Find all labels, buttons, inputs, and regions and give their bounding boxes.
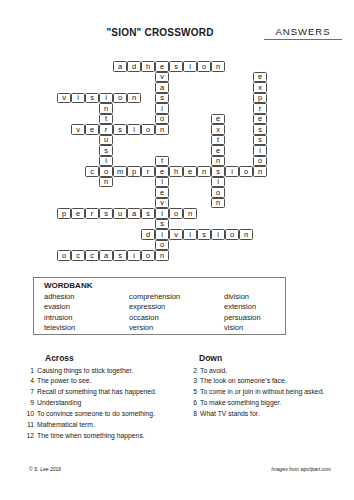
grid-cell-r10c8: h bbox=[169, 166, 183, 177]
footer-copyright: © S. Lee 2016 bbox=[29, 466, 61, 472]
grid-cell-r10c3: o bbox=[99, 166, 113, 177]
grid-cell-r10c4: m bbox=[113, 166, 127, 177]
grid-cell-r0c4: a bbox=[113, 61, 127, 72]
footer-credit: Images from wpclipart.com bbox=[271, 466, 331, 472]
grid-cell-r10c5: p bbox=[127, 166, 141, 177]
clue-number: 2 bbox=[187, 366, 197, 377]
grid-cell-r5c14: e bbox=[253, 114, 267, 125]
grid-cell-r3c7: s bbox=[155, 93, 169, 104]
grid-cell-r16c13: n bbox=[239, 229, 253, 240]
grid-cell-r18c3: a bbox=[99, 250, 113, 261]
clue-number: 4 bbox=[24, 376, 34, 387]
clue-number: 1 bbox=[24, 366, 34, 377]
grid-cell-r6c6: o bbox=[141, 124, 155, 135]
clue-across-7: 7Recall of something that has happened. bbox=[24, 387, 157, 398]
grid-cell-r14c8: o bbox=[169, 208, 183, 219]
clue-text: Causing things to stick together. bbox=[37, 366, 133, 377]
wordbank-word: comprehension bbox=[129, 292, 224, 302]
grid-cell-r8c14: i bbox=[253, 145, 267, 156]
grid-cell-r1c14: e bbox=[253, 72, 267, 83]
clue-across-10: 10To convince someone to do something. bbox=[24, 409, 157, 420]
clue-number: 5 bbox=[187, 387, 197, 398]
grid-cell-r16c9: i bbox=[183, 229, 197, 240]
clue-text: To convince someone to do something. bbox=[37, 409, 155, 420]
clue-number: 12 bbox=[24, 431, 34, 442]
grid-cell-r3c5: n bbox=[127, 93, 141, 104]
clue-across-1: 1Causing things to stick together. bbox=[24, 366, 157, 377]
grid-cell-r11c7: l bbox=[155, 177, 169, 188]
grid-cell-r2c7: a bbox=[155, 82, 169, 93]
grid-cell-r14c3: s bbox=[99, 208, 113, 219]
clue-across-11: 11Mathematical term. bbox=[24, 420, 157, 431]
grid-cell-r16c11: i bbox=[211, 229, 225, 240]
grid-cell-r0c8: s bbox=[169, 61, 183, 72]
grid-cell-r0c5: d bbox=[127, 61, 141, 72]
clue-down-2: 2To avoid. bbox=[187, 366, 324, 377]
grid-cell-r16c7: i bbox=[155, 229, 169, 240]
clue-text: To make something bigger. bbox=[200, 398, 281, 409]
grid-cell-r17c7: o bbox=[155, 240, 169, 251]
grid-cell-r16c6: d bbox=[141, 229, 155, 240]
clue-number: 10 bbox=[24, 409, 34, 420]
clue-text: Mathematical term. bbox=[37, 420, 95, 431]
down-header: Down bbox=[199, 353, 324, 363]
grid-cell-r6c14: s bbox=[253, 124, 267, 135]
clue-text: To come in or join in without being aske… bbox=[200, 387, 324, 398]
grid-cell-r4c7: i bbox=[155, 103, 169, 114]
wordbank-column-2: comprehensionexpressionoccasionversion bbox=[129, 292, 224, 333]
grid-cell-r5c11: e bbox=[211, 114, 225, 125]
grid-cell-r1c7: v bbox=[155, 72, 169, 83]
grid-cell-r8c3: s bbox=[99, 145, 113, 156]
clue-text: Understanding bbox=[37, 398, 81, 409]
grid-cell-r3c0: v bbox=[57, 93, 71, 104]
grid-cell-r7c11: t bbox=[211, 135, 225, 146]
grid-cell-r5c3: t bbox=[99, 114, 113, 125]
grid-cell-r10c12: i bbox=[225, 166, 239, 177]
clue-text: Recall of something that has happened. bbox=[37, 387, 157, 398]
wordbank-word: occasion bbox=[129, 313, 224, 323]
answers-label: ANSWERS bbox=[264, 26, 342, 40]
across-clues-section: Across 1Causing things to stick together… bbox=[24, 353, 157, 442]
page-title: "SION" CROSSWORD bbox=[33, 27, 287, 38]
grid-cell-r10c6: r bbox=[141, 166, 155, 177]
wordbank-word: evasion bbox=[44, 302, 129, 312]
wordbank-word: extension bbox=[224, 302, 261, 312]
grid-cell-r18c0: o bbox=[57, 250, 71, 261]
grid-cell-r2c14: x bbox=[253, 82, 267, 93]
grid-cell-r14c7: i bbox=[155, 208, 169, 219]
clue-text: To avoid. bbox=[200, 366, 227, 377]
grid-cell-r4c3: n bbox=[99, 103, 113, 114]
grid-cell-r0c9: i bbox=[183, 61, 197, 72]
wordbank-word: version bbox=[129, 323, 224, 333]
grid-cell-r5c7: o bbox=[155, 114, 169, 125]
crossword-grid: adhesionveaxvisionspnirtoeeversionxsutss… bbox=[57, 61, 267, 261]
clue-down-5: 5To come in or join in without being ask… bbox=[187, 387, 324, 398]
grid-cell-r11c3: n bbox=[99, 177, 113, 188]
clue-across-4: 4The power to see. bbox=[24, 376, 157, 387]
across-clue-list: 1Causing things to stick together.4The p… bbox=[24, 366, 157, 442]
grid-cell-r11c11: i bbox=[211, 177, 225, 188]
clue-across-9: 9Understanding bbox=[24, 398, 157, 409]
wordbank-columns: adhesionevasionintrusiontelevisioncompre… bbox=[44, 292, 285, 333]
wordbank-box: WORDBANK adhesionevasionintrusiontelevis… bbox=[33, 277, 286, 335]
grid-cell-r6c7: n bbox=[155, 124, 169, 135]
grid-cell-r14c6: s bbox=[141, 208, 155, 219]
grid-cell-r3c4: o bbox=[113, 93, 127, 104]
wordbank-word: intrusion bbox=[44, 313, 129, 323]
wordbank-header: WORDBANK bbox=[44, 281, 285, 291]
grid-cell-r12c11: o bbox=[211, 187, 225, 198]
grid-cell-r14c1: e bbox=[71, 208, 85, 219]
grid-cell-r10c7: e bbox=[155, 166, 169, 177]
grid-cell-r14c0: p bbox=[57, 208, 71, 219]
grid-cell-r3c1: i bbox=[71, 93, 85, 104]
grid-cell-r13c11: n bbox=[211, 198, 225, 209]
down-clue-list: 2To avoid.3The look on someone's face.5T… bbox=[187, 366, 324, 421]
grid-cell-r0c10: o bbox=[197, 61, 211, 72]
down-clues-section: Down 2To avoid.3The look on someone's fa… bbox=[187, 353, 324, 420]
grid-cell-r8c11: e bbox=[211, 145, 225, 156]
wordbank-word: vision bbox=[224, 323, 261, 333]
clue-number: 11 bbox=[24, 420, 34, 431]
across-header: Across bbox=[45, 353, 157, 363]
wordbank-word: television bbox=[44, 323, 129, 333]
grid-cell-r18c4: s bbox=[113, 250, 127, 261]
grid-cell-r10c2: c bbox=[85, 166, 99, 177]
worksheet-page: "SION" CROSSWORD ANSWERS adhesionveaxvis… bbox=[0, 0, 354, 500]
grid-cell-r3c2: s bbox=[85, 93, 99, 104]
clue-number: 9 bbox=[24, 398, 34, 409]
grid-cell-r10c11: s bbox=[211, 166, 225, 177]
grid-cell-r9c7: t bbox=[155, 156, 169, 167]
wordbank-word: adhesion bbox=[44, 292, 129, 302]
grid-cell-r14c9: n bbox=[183, 208, 197, 219]
grid-cell-r9c3: i bbox=[99, 156, 113, 167]
wordbank-word: persuasion bbox=[224, 313, 261, 323]
grid-cell-r9c11: n bbox=[211, 156, 225, 167]
grid-cell-r6c4: s bbox=[113, 124, 127, 135]
grid-cell-r18c2: c bbox=[85, 250, 99, 261]
grid-cell-r10c9: e bbox=[183, 166, 197, 177]
wordbank-column-1: adhesionevasionintrusiontelevision bbox=[44, 292, 129, 333]
grid-cell-r6c11: x bbox=[211, 124, 225, 135]
clue-down-6: 6To make something bigger. bbox=[187, 398, 324, 409]
clue-text: What TV stands for. bbox=[200, 409, 260, 420]
clue-text: The power to see. bbox=[37, 376, 91, 387]
grid-cell-r7c3: u bbox=[99, 135, 113, 146]
grid-cell-r14c4: u bbox=[113, 208, 127, 219]
grid-cell-r18c6: o bbox=[141, 250, 155, 261]
grid-cell-r3c3: i bbox=[99, 93, 113, 104]
clue-text: The time when something happens. bbox=[37, 431, 145, 442]
grid-cell-r10c14: n bbox=[253, 166, 267, 177]
grid-cell-r14c2: r bbox=[85, 208, 99, 219]
grid-cell-r0c11: n bbox=[211, 61, 225, 72]
grid-cell-r0c7: e bbox=[155, 61, 169, 72]
grid-cell-r16c10: s bbox=[197, 229, 211, 240]
grid-cell-r6c5: i bbox=[127, 124, 141, 135]
grid-cell-r18c5: i bbox=[127, 250, 141, 261]
grid-cell-r9c14: o bbox=[253, 156, 267, 167]
wordbank-word: division bbox=[224, 292, 261, 302]
grid-cell-r18c7: n bbox=[155, 250, 169, 261]
grid-cell-r7c14: s bbox=[253, 135, 267, 146]
grid-cell-r0c6: h bbox=[141, 61, 155, 72]
wordbank-column-3: divisionextensionpersuasionvision bbox=[224, 292, 261, 333]
grid-cell-r14c5: a bbox=[127, 208, 141, 219]
grid-cell-r16c8: v bbox=[169, 229, 183, 240]
clue-down-3: 3The look on someone's face. bbox=[187, 376, 324, 387]
grid-cell-r6c3: r bbox=[99, 124, 113, 135]
grid-cell-r4c14: r bbox=[253, 103, 267, 114]
grid-cell-r18c1: c bbox=[71, 250, 85, 261]
clue-number: 6 bbox=[187, 398, 197, 409]
clue-across-12: 12The time when something happens. bbox=[24, 431, 157, 442]
grid-cell-r13c7: v bbox=[155, 198, 169, 209]
grid-cell-r10c10: n bbox=[197, 166, 211, 177]
grid-cell-r6c1: v bbox=[71, 124, 85, 135]
grid-cell-r15c7: s bbox=[155, 219, 169, 230]
clue-number: 3 bbox=[187, 376, 197, 387]
clue-down-8: 8What TV stands for. bbox=[187, 409, 324, 420]
grid-cell-r6c2: e bbox=[85, 124, 99, 135]
grid-cell-r3c14: p bbox=[253, 93, 267, 104]
grid-cell-r10c13: o bbox=[239, 166, 253, 177]
clue-text: The look on someone's face. bbox=[200, 376, 287, 387]
clue-number: 7 bbox=[24, 387, 34, 398]
grid-cell-r12c7: e bbox=[155, 187, 169, 198]
wordbank-word: expression bbox=[129, 302, 224, 312]
grid-cell-r16c12: o bbox=[225, 229, 239, 240]
clue-number: 8 bbox=[187, 409, 197, 420]
